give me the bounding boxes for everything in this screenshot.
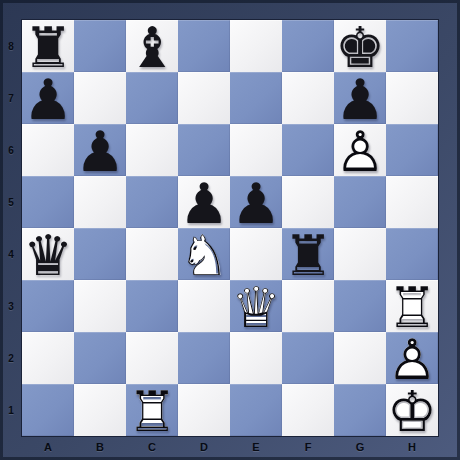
- white-queen-outline-glyph: ♕: [231, 280, 281, 336]
- file-label-a: A: [22, 437, 74, 456]
- square-f7[interactable]: [282, 72, 334, 124]
- square-a7[interactable]: ♟: [22, 72, 74, 124]
- square-a6[interactable]: [22, 124, 74, 176]
- square-a1[interactable]: [22, 384, 74, 436]
- square-g5[interactable]: [334, 176, 386, 228]
- piece-black-queen[interactable]: ♛: [22, 228, 74, 280]
- white-knight-glyph: ♞: [179, 228, 229, 284]
- piece-white-rook[interactable]: ♜♖: [126, 384, 178, 436]
- square-b2[interactable]: [74, 332, 126, 384]
- square-e6[interactable]: [230, 124, 282, 176]
- square-c3[interactable]: [126, 280, 178, 332]
- rank-label-3: 3: [0, 280, 22, 332]
- square-b5[interactable]: [74, 176, 126, 228]
- rank-label-7: 7: [0, 72, 22, 124]
- chess-board: ♜♝♚♟♟♟♟♙♟♟♛♞♘♜♛♕♜♖♟♙♜♖♚♔: [22, 20, 438, 436]
- square-f1[interactable]: [282, 384, 334, 436]
- square-h7[interactable]: [386, 72, 438, 124]
- square-f6[interactable]: [282, 124, 334, 176]
- square-g4[interactable]: [334, 228, 386, 280]
- file-label-c: C: [126, 437, 178, 456]
- piece-black-rook[interactable]: ♜: [282, 228, 334, 280]
- square-b1[interactable]: [74, 384, 126, 436]
- square-a3[interactable]: [22, 280, 74, 332]
- square-e3[interactable]: ♛♕: [230, 280, 282, 332]
- white-pawn-outline-glyph: ♙: [335, 124, 385, 180]
- square-d2[interactable]: [178, 332, 230, 384]
- square-f3[interactable]: [282, 280, 334, 332]
- white-rook-glyph: ♜: [387, 280, 437, 336]
- square-c1[interactable]: ♜♖: [126, 384, 178, 436]
- piece-white-rook[interactable]: ♜♖: [386, 280, 438, 332]
- square-b4[interactable]: [74, 228, 126, 280]
- white-pawn-glyph: ♟: [387, 332, 437, 388]
- piece-black-pawn[interactable]: ♟: [334, 72, 386, 124]
- square-c5[interactable]: [126, 176, 178, 228]
- white-rook-outline-glyph: ♖: [127, 384, 177, 440]
- chess-board-frame: 87654321 ♜♝♚♟♟♟♟♙♟♟♛♞♘♜♛♕♜♖♟♙♜♖♚♔ ABCDEF…: [0, 0, 460, 460]
- square-h1[interactable]: ♚♔: [386, 384, 438, 436]
- square-b6[interactable]: ♟: [74, 124, 126, 176]
- square-d4[interactable]: ♞♘: [178, 228, 230, 280]
- square-c6[interactable]: [126, 124, 178, 176]
- square-g1[interactable]: [334, 384, 386, 436]
- white-knight-outline-glyph: ♘: [179, 228, 229, 284]
- rank-label-5: 5: [0, 176, 22, 228]
- square-c2[interactable]: [126, 332, 178, 384]
- square-g8[interactable]: ♚: [334, 20, 386, 72]
- square-a8[interactable]: ♜: [22, 20, 74, 72]
- file-labels: ABCDEFGH: [22, 437, 438, 456]
- black-rook-glyph: ♜: [23, 20, 73, 76]
- piece-black-rook[interactable]: ♜: [22, 20, 74, 72]
- square-d3[interactable]: [178, 280, 230, 332]
- black-pawn-glyph: ♟: [23, 72, 73, 128]
- square-b3[interactable]: [74, 280, 126, 332]
- square-h2[interactable]: ♟♙: [386, 332, 438, 384]
- piece-black-pawn[interactable]: ♟: [22, 72, 74, 124]
- file-label-h: H: [386, 437, 438, 456]
- black-bishop-glyph: ♝: [127, 20, 177, 76]
- square-f5[interactable]: [282, 176, 334, 228]
- white-king-glyph: ♚: [387, 384, 437, 440]
- piece-black-pawn[interactable]: ♟: [230, 176, 282, 228]
- file-label-g: G: [334, 437, 386, 456]
- square-f8[interactable]: [282, 20, 334, 72]
- square-d1[interactable]: [178, 384, 230, 436]
- black-pawn-glyph: ♟: [335, 72, 385, 128]
- square-e1[interactable]: [230, 384, 282, 436]
- white-pawn-glyph: ♟: [335, 124, 385, 180]
- black-pawn-glyph: ♟: [179, 176, 229, 232]
- square-d6[interactable]: [178, 124, 230, 176]
- black-queen-glyph: ♛: [23, 228, 73, 284]
- square-e8[interactable]: [230, 20, 282, 72]
- rank-label-6: 6: [0, 124, 22, 176]
- rank-label-8: 8: [0, 20, 22, 72]
- white-rook-outline-glyph: ♖: [387, 280, 437, 336]
- square-a4[interactable]: ♛: [22, 228, 74, 280]
- rank-label-4: 4: [0, 228, 22, 280]
- rank-labels: 87654321: [0, 20, 22, 436]
- square-f2[interactable]: [282, 332, 334, 384]
- file-label-b: B: [74, 437, 126, 456]
- piece-white-pawn[interactable]: ♟♙: [386, 332, 438, 384]
- square-d5[interactable]: ♟: [178, 176, 230, 228]
- square-d7[interactable]: [178, 72, 230, 124]
- square-f4[interactable]: ♜: [282, 228, 334, 280]
- piece-white-knight[interactable]: ♞♘: [178, 228, 230, 280]
- black-pawn-glyph: ♟: [231, 176, 281, 232]
- square-e7[interactable]: [230, 72, 282, 124]
- black-pawn-glyph: ♟: [75, 124, 125, 180]
- file-label-d: D: [178, 437, 230, 456]
- square-g3[interactable]: [334, 280, 386, 332]
- piece-black-pawn[interactable]: ♟: [74, 124, 126, 176]
- white-king-outline-glyph: ♔: [387, 384, 437, 440]
- square-b8[interactable]: [74, 20, 126, 72]
- piece-black-bishop[interactable]: ♝: [126, 20, 178, 72]
- square-h5[interactable]: [386, 176, 438, 228]
- square-e2[interactable]: [230, 332, 282, 384]
- square-g6[interactable]: ♟♙: [334, 124, 386, 176]
- square-a2[interactable]: [22, 332, 74, 384]
- file-label-e: E: [230, 437, 282, 456]
- square-h3[interactable]: ♜♖: [386, 280, 438, 332]
- square-h6[interactable]: [386, 124, 438, 176]
- rank-label-2: 2: [0, 332, 22, 384]
- white-queen-glyph: ♛: [231, 280, 281, 336]
- square-e4[interactable]: [230, 228, 282, 280]
- file-label-f: F: [282, 437, 334, 456]
- piece-black-pawn[interactable]: ♟: [178, 176, 230, 228]
- square-b7[interactable]: [74, 72, 126, 124]
- square-c4[interactable]: [126, 228, 178, 280]
- square-a5[interactable]: [22, 176, 74, 228]
- piece-white-king[interactable]: ♚♔: [386, 384, 438, 436]
- square-g7[interactable]: ♟: [334, 72, 386, 124]
- square-h8[interactable]: [386, 20, 438, 72]
- square-d8[interactable]: [178, 20, 230, 72]
- square-c7[interactable]: [126, 72, 178, 124]
- white-pawn-outline-glyph: ♙: [387, 332, 437, 388]
- black-rook-glyph: ♜: [283, 228, 333, 284]
- square-e5[interactable]: ♟: [230, 176, 282, 228]
- piece-white-queen[interactable]: ♛♕: [230, 280, 282, 332]
- piece-white-pawn[interactable]: ♟♙: [334, 124, 386, 176]
- piece-black-king[interactable]: ♚: [334, 20, 386, 72]
- square-g2[interactable]: [334, 332, 386, 384]
- white-rook-glyph: ♜: [127, 384, 177, 440]
- black-king-glyph: ♚: [335, 20, 385, 76]
- square-h4[interactable]: [386, 228, 438, 280]
- rank-label-1: 1: [0, 384, 22, 436]
- square-c8[interactable]: ♝: [126, 20, 178, 72]
